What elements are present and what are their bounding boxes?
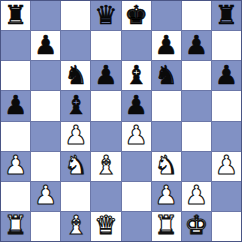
square-h5[interactable] xyxy=(212,91,241,120)
square-e7[interactable] xyxy=(122,31,151,60)
square-h8[interactable]: ♜ xyxy=(212,1,241,30)
square-f8[interactable] xyxy=(152,1,181,30)
square-e8[interactable]: ♚ xyxy=(122,1,151,30)
white-king-g1: ♚ xyxy=(185,212,208,238)
black-bishop-e6: ♝ xyxy=(124,62,147,88)
square-d3[interactable]: ♝ xyxy=(91,152,120,181)
square-g4[interactable] xyxy=(182,122,211,151)
square-b3[interactable] xyxy=(31,152,60,181)
square-h2[interactable] xyxy=(212,182,241,211)
black-queen-d8: ♛ xyxy=(94,2,117,28)
square-f2[interactable]: ♟ xyxy=(152,182,181,211)
square-d8[interactable]: ♛ xyxy=(91,1,120,30)
square-b6[interactable] xyxy=(31,61,60,90)
square-b5[interactable] xyxy=(31,91,60,120)
white-pawn-c4: ♟ xyxy=(64,122,87,148)
black-pawn-e5: ♟ xyxy=(124,92,147,118)
black-pawn-d6: ♟ xyxy=(94,62,117,88)
square-c1[interactable]: ♝ xyxy=(61,212,90,241)
square-g8[interactable] xyxy=(182,1,211,30)
white-pawn-h3: ♟ xyxy=(215,152,238,178)
square-e4[interactable]: ♟ xyxy=(122,122,151,151)
square-c2[interactable] xyxy=(61,182,90,211)
white-knight-f3: ♞ xyxy=(155,152,178,178)
black-pawn-f7: ♟ xyxy=(155,32,178,58)
square-f4[interactable] xyxy=(152,122,181,151)
square-f7[interactable]: ♟ xyxy=(152,31,181,60)
square-h1[interactable] xyxy=(212,212,241,241)
square-h4[interactable] xyxy=(212,122,241,151)
square-a2[interactable] xyxy=(1,182,30,211)
black-knight-f6: ♞ xyxy=(155,62,178,88)
square-f1[interactable]: ♜ xyxy=(152,212,181,241)
square-a7[interactable] xyxy=(1,31,30,60)
square-d2[interactable] xyxy=(91,182,120,211)
square-a4[interactable] xyxy=(1,122,30,151)
square-f6[interactable]: ♞ xyxy=(152,61,181,90)
white-bishop-d3: ♝ xyxy=(94,152,117,178)
square-h6[interactable]: ♟ xyxy=(212,61,241,90)
square-g1[interactable]: ♚ xyxy=(182,212,211,241)
black-king-e8: ♚ xyxy=(124,2,147,28)
black-pawn-g7: ♟ xyxy=(185,32,208,58)
black-rook-h8: ♜ xyxy=(215,2,238,28)
white-queen-d1: ♛ xyxy=(94,212,117,238)
square-h3[interactable]: ♟ xyxy=(212,152,241,181)
square-b2[interactable]: ♟ xyxy=(31,182,60,211)
square-a3[interactable]: ♟ xyxy=(1,152,30,181)
black-knight-c6: ♞ xyxy=(64,62,87,88)
square-g7[interactable]: ♟ xyxy=(182,31,211,60)
white-bishop-c1: ♝ xyxy=(64,212,87,238)
square-h7[interactable] xyxy=(212,31,241,60)
chess-board: ♜♛♚♜♟♟♟♞♟♝♞♟♟♝♟♟♟♟♞♝♞♟♟♟♟♜♝♛♜♚ xyxy=(0,0,242,242)
square-e1[interactable] xyxy=(122,212,151,241)
square-g2[interactable]: ♟ xyxy=(182,182,211,211)
square-a8[interactable]: ♜ xyxy=(1,1,30,30)
square-e6[interactable]: ♝ xyxy=(122,61,151,90)
white-rook-f1: ♜ xyxy=(155,212,178,238)
square-g6[interactable] xyxy=(182,61,211,90)
square-c6[interactable]: ♞ xyxy=(61,61,90,90)
black-pawn-b7: ♟ xyxy=(34,32,57,58)
square-a1[interactable]: ♜ xyxy=(1,212,30,241)
white-knight-c3: ♞ xyxy=(64,152,87,178)
square-d5[interactable] xyxy=(91,91,120,120)
white-pawn-g2: ♟ xyxy=(185,182,208,208)
square-b4[interactable] xyxy=(31,122,60,151)
black-bishop-c5: ♝ xyxy=(64,92,87,118)
square-c3[interactable]: ♞ xyxy=(61,152,90,181)
square-f5[interactable] xyxy=(152,91,181,120)
black-rook-a8: ♜ xyxy=(4,2,27,28)
square-c5[interactable]: ♝ xyxy=(61,91,90,120)
square-c4[interactable]: ♟ xyxy=(61,122,90,151)
square-d7[interactable] xyxy=(91,31,120,60)
square-d1[interactable]: ♛ xyxy=(91,212,120,241)
square-g3[interactable] xyxy=(182,152,211,181)
square-d4[interactable] xyxy=(91,122,120,151)
black-pawn-a5: ♟ xyxy=(4,92,27,118)
white-pawn-f2: ♟ xyxy=(155,182,178,208)
white-pawn-a3: ♟ xyxy=(4,152,27,178)
square-e3[interactable] xyxy=(122,152,151,181)
white-pawn-e4: ♟ xyxy=(124,122,147,148)
square-c8[interactable] xyxy=(61,1,90,30)
black-pawn-h6: ♟ xyxy=(215,62,238,88)
square-e5[interactable]: ♟ xyxy=(122,91,151,120)
square-a6[interactable] xyxy=(1,61,30,90)
square-b1[interactable] xyxy=(31,212,60,241)
square-b8[interactable] xyxy=(31,1,60,30)
square-e2[interactable] xyxy=(122,182,151,211)
white-pawn-b2: ♟ xyxy=(34,182,57,208)
square-d6[interactable]: ♟ xyxy=(91,61,120,90)
square-f3[interactable]: ♞ xyxy=(152,152,181,181)
square-b7[interactable]: ♟ xyxy=(31,31,60,60)
square-a5[interactable]: ♟ xyxy=(1,91,30,120)
square-g5[interactable] xyxy=(182,91,211,120)
white-rook-a1: ♜ xyxy=(4,212,27,238)
square-c7[interactable] xyxy=(61,31,90,60)
